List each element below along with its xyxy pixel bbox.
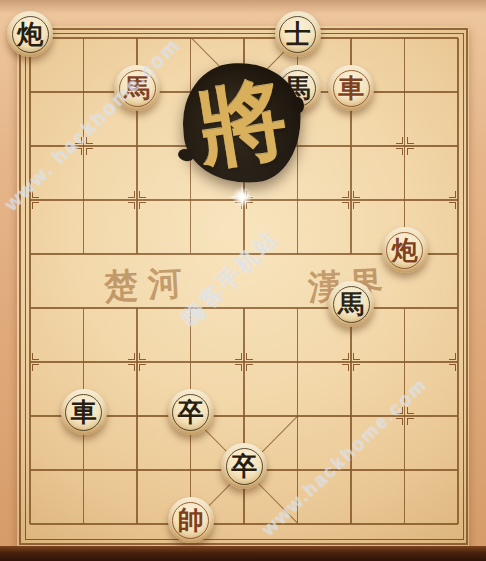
piece-black-advisor[interactable]: 士 [275, 11, 321, 57]
piece-black-cannon[interactable]: 炮 [7, 11, 53, 57]
piece-black-chariot[interactable]: 車 [61, 389, 107, 435]
piece-character: 馬 [328, 281, 374, 327]
piece-character: 車 [61, 389, 107, 435]
piece-character: 卒 [168, 389, 214, 435]
piece-character: 士 [275, 11, 321, 57]
piece-black-soldier[interactable]: 卒 [221, 443, 267, 489]
piece-character: 炮 [7, 11, 53, 57]
xiangqi-screenshot: 楚河 漢界 炮士馬馬車將炮馬車卒卒帥 將 www. hackhome.com 嗨… [0, 0, 486, 561]
piece-character: 車 [328, 65, 374, 111]
piece-character: 卒 [221, 443, 267, 489]
piece-red-horse[interactable]: 馬 [114, 65, 160, 111]
check-stamp-character: 將 [174, 55, 309, 192]
piece-black-soldier[interactable]: 卒 [168, 389, 214, 435]
piece-character: 炮 [382, 227, 428, 273]
piece-red-cannon[interactable]: 炮 [382, 227, 428, 273]
piece-character: 馬 [114, 65, 160, 111]
check-stamp-effect: 將 [179, 59, 305, 187]
piece-black-horse[interactable]: 馬 [328, 281, 374, 327]
piece-character: 帥 [168, 497, 214, 543]
sparkle-effect [229, 184, 255, 210]
piece-red-general[interactable]: 帥 [168, 497, 214, 543]
piece-red-chariot[interactable]: 車 [328, 65, 374, 111]
bottom-band [0, 546, 486, 561]
